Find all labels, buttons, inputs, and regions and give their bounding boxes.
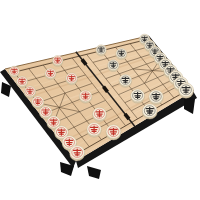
piece-glyph [119,51,124,56]
board-foot [184,96,195,114]
piece-red-advisor [32,96,44,109]
piece-glyph [110,128,117,135]
board-foot [87,166,101,179]
piece-glyph [122,77,128,83]
piece-red-soldier [106,125,121,140]
piece-black-soldier [108,60,119,72]
piece-glyph [19,79,24,84]
piece-glyph [99,47,104,52]
piece-glyph [110,62,116,67]
piece-red-horse [17,76,28,88]
piece-glyph [96,111,103,117]
piece-glyph [55,58,60,63]
piece-glyph [146,107,153,114]
piece-glyph [69,76,75,81]
piece-red-soldier [66,73,77,85]
piece-glyph [82,93,88,99]
piece-red-soldier [79,90,92,103]
piece-glyph [50,119,57,125]
piece-glyph [43,109,49,115]
piece-glyph [12,69,17,74]
piece-black-soldier [131,89,145,103]
piece-glyph [153,93,160,99]
piece-black-soldier [142,104,157,119]
piece-glyph [35,99,41,104]
piece-glyph [134,92,141,98]
xiangqi-set-photo [0,0,200,200]
piece-black-soldier [119,74,132,87]
piece-black-soldier [96,45,106,56]
piece-red-elephant [24,86,35,98]
piece-glyph [74,149,81,156]
piece-black-cannon [116,48,127,60]
piece-glyph [27,89,33,94]
piece-glyph [182,87,189,94]
piece-red-chariot [70,146,85,161]
piece-red-cannon [87,123,101,138]
piece-red-cannon [45,68,56,80]
piece-glyph [66,139,73,145]
photo-canvas [0,0,200,200]
piece-red-soldier [53,56,63,67]
piece-red-chariot [9,66,19,77]
piece-black-chariot [179,83,194,98]
piece-red-soldier [93,107,107,121]
piece-black-cannon [149,90,163,105]
piece-glyph [91,126,98,132]
